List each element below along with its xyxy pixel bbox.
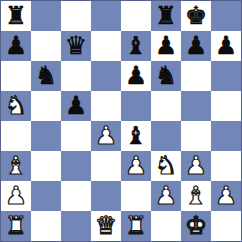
black-knight-piece: ♞ [155,63,177,88]
square-a3[interactable]: ♝ [1,151,31,181]
square-b4[interactable] [31,121,61,151]
square-f6[interactable]: ♞ [151,61,181,91]
square-d1[interactable]: ♛ [91,211,121,241]
square-c5[interactable]: ♟ [61,91,91,121]
square-c3[interactable] [61,151,91,181]
black-rook-piece: ♜ [5,3,27,28]
white-pawn-piece: ♟ [155,183,177,208]
square-a5[interactable]: ♞ [1,91,31,121]
black-knight-piece: ♞ [35,63,57,88]
square-d6[interactable] [91,61,121,91]
chess-board: ♜♜♚♟♛♝♟♟♟♞♟♞♞♟♟♝♝♟♞♟♟♟♝♟♜♛♜♚ [0,0,242,242]
black-pawn-piece: ♟ [215,33,237,58]
square-e4[interactable]: ♝ [121,121,151,151]
board-container: ♜♜♚♟♛♝♟♟♟♞♟♞♞♟♟♝♝♟♞♟♟♟♝♟♜♛♜♚ [0,0,242,242]
square-a7[interactable]: ♟ [1,31,31,61]
square-c2[interactable] [61,181,91,211]
square-a6[interactable] [1,61,31,91]
square-b5[interactable] [31,91,61,121]
black-pawn-piece: ♟ [5,33,27,58]
square-h1[interactable] [211,211,241,241]
black-bishop-piece: ♝ [125,33,147,58]
black-king-piece: ♚ [185,3,207,28]
square-h5[interactable] [211,91,241,121]
square-f2[interactable]: ♟ [151,181,181,211]
square-g6[interactable] [181,61,211,91]
square-f3[interactable]: ♞ [151,151,181,181]
square-b7[interactable] [31,31,61,61]
square-c4[interactable] [61,121,91,151]
white-bishop-piece: ♝ [185,183,207,208]
white-queen-piece: ♛ [95,213,117,238]
square-f8[interactable]: ♜ [151,1,181,31]
square-a1[interactable]: ♜ [1,211,31,241]
square-d7[interactable] [91,31,121,61]
black-rook-piece: ♜ [155,3,177,28]
square-e5[interactable] [121,91,151,121]
white-pawn-piece: ♟ [215,183,237,208]
white-pawn-piece: ♟ [95,123,117,148]
square-g1[interactable]: ♚ [181,211,211,241]
square-a2[interactable]: ♟ [1,181,31,211]
white-pawn-piece: ♟ [5,183,27,208]
square-b6[interactable]: ♞ [31,61,61,91]
square-a4[interactable] [1,121,31,151]
square-b8[interactable] [31,1,61,31]
square-c1[interactable] [61,211,91,241]
square-e1[interactable]: ♜ [121,211,151,241]
square-d2[interactable] [91,181,121,211]
square-g3[interactable]: ♟ [181,151,211,181]
square-g8[interactable]: ♚ [181,1,211,31]
square-e7[interactable]: ♝ [121,31,151,61]
square-h7[interactable]: ♟ [211,31,241,61]
white-rook-piece: ♜ [125,213,147,238]
white-pawn-piece: ♟ [185,153,207,178]
square-h4[interactable] [211,121,241,151]
black-pawn-piece: ♟ [185,33,207,58]
black-queen-piece: ♛ [65,33,87,58]
square-f7[interactable]: ♟ [151,31,181,61]
black-pawn-piece: ♟ [65,93,87,118]
black-pawn-piece: ♟ [125,63,147,88]
square-g4[interactable] [181,121,211,151]
square-b3[interactable] [31,151,61,181]
square-a8[interactable]: ♜ [1,1,31,31]
square-h2[interactable]: ♟ [211,181,241,211]
square-b2[interactable] [31,181,61,211]
square-c6[interactable] [61,61,91,91]
square-h6[interactable] [211,61,241,91]
square-e6[interactable]: ♟ [121,61,151,91]
square-d8[interactable] [91,1,121,31]
black-pawn-piece: ♟ [155,33,177,58]
square-h3[interactable] [211,151,241,181]
square-c7[interactable]: ♛ [61,31,91,61]
square-d3[interactable] [91,151,121,181]
white-knight-piece: ♞ [5,93,27,118]
white-bishop-piece: ♝ [5,153,27,178]
white-king-piece: ♚ [185,213,207,238]
square-g7[interactable]: ♟ [181,31,211,61]
square-b1[interactable] [31,211,61,241]
square-g2[interactable]: ♝ [181,181,211,211]
square-d4[interactable]: ♟ [91,121,121,151]
square-e8[interactable] [121,1,151,31]
square-h8[interactable] [211,1,241,31]
square-d5[interactable] [91,91,121,121]
square-f5[interactable] [151,91,181,121]
square-e3[interactable]: ♟ [121,151,151,181]
white-pawn-piece: ♟ [125,153,147,178]
square-c8[interactable] [61,1,91,31]
white-knight-piece: ♞ [155,153,177,178]
square-g5[interactable] [181,91,211,121]
square-f1[interactable] [151,211,181,241]
black-bishop-piece: ♝ [125,123,147,148]
white-rook-piece: ♜ [5,213,27,238]
square-f4[interactable] [151,121,181,151]
square-e2[interactable] [121,181,151,211]
